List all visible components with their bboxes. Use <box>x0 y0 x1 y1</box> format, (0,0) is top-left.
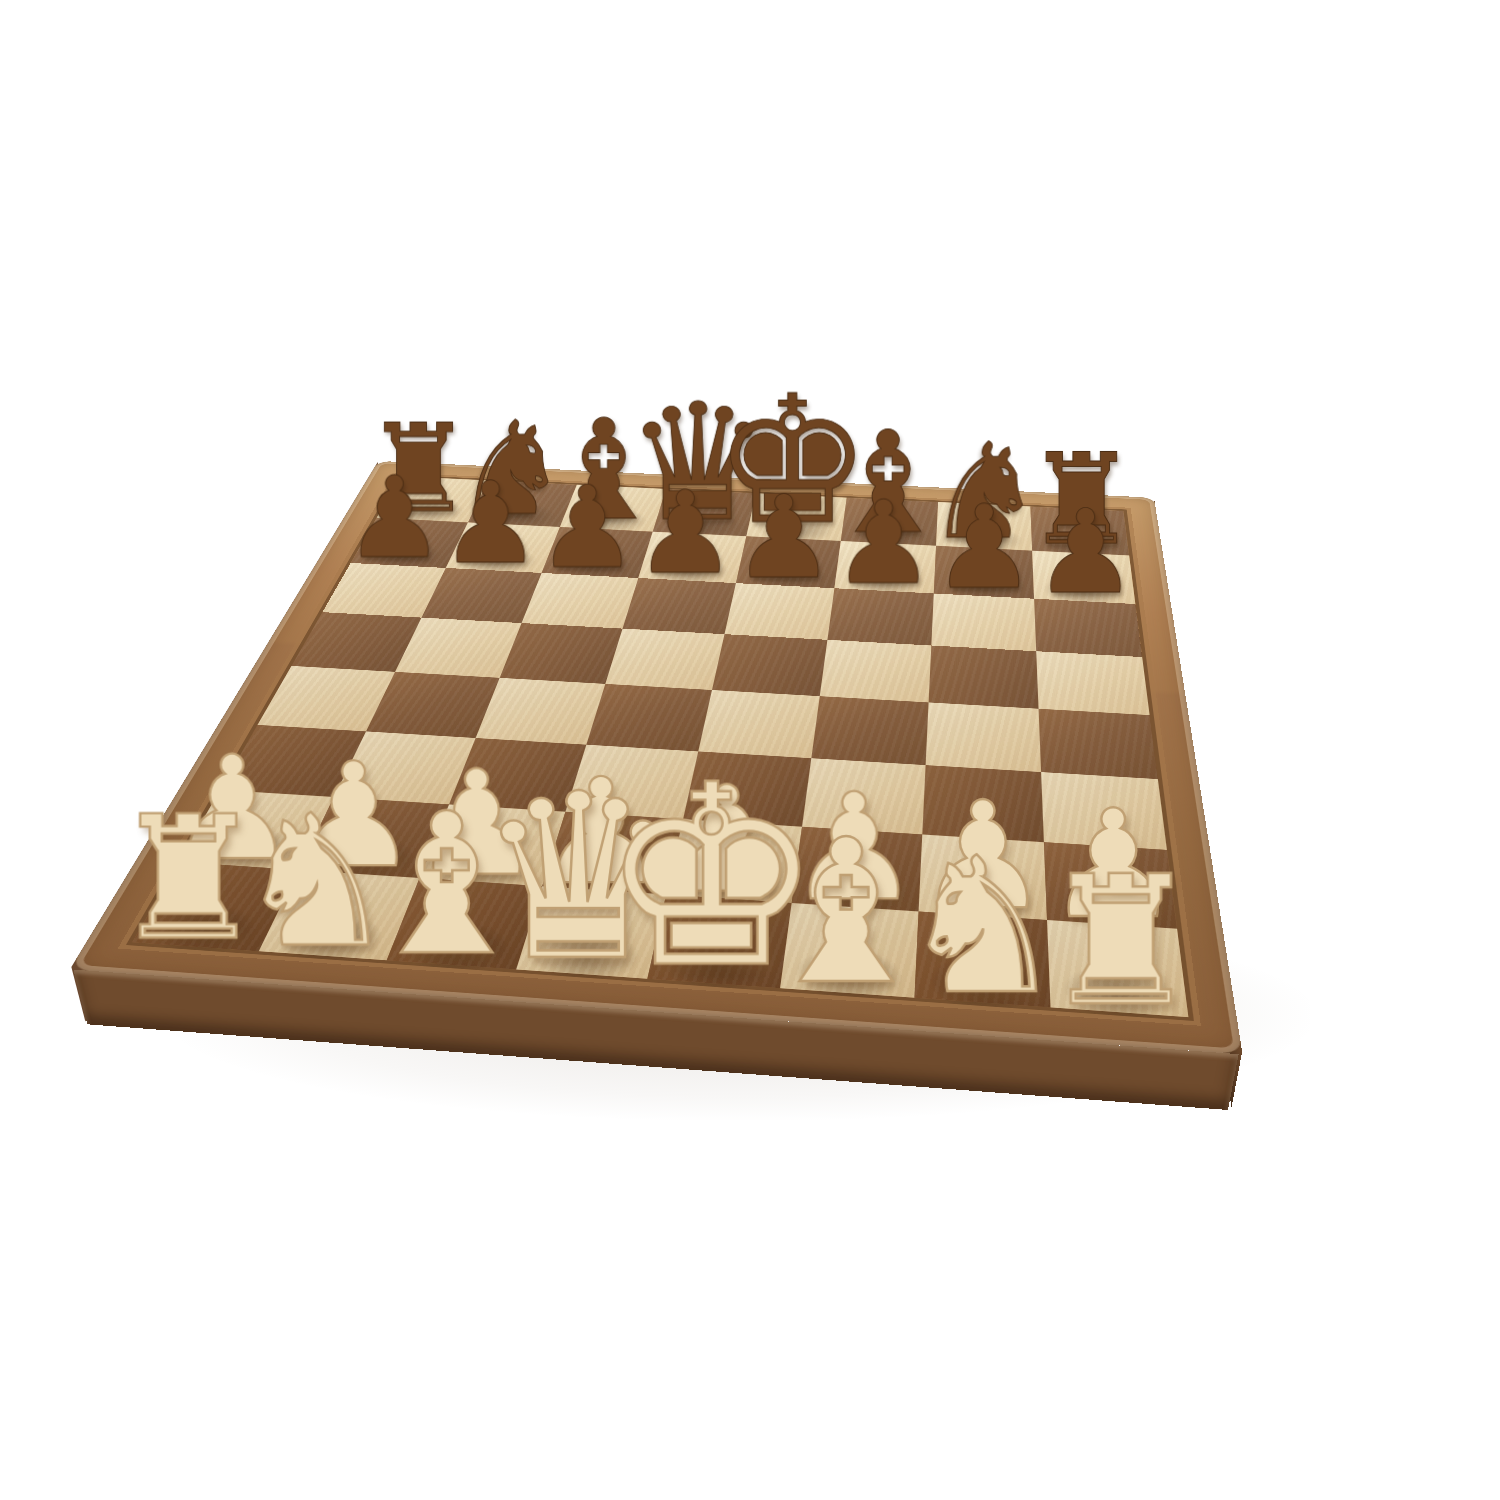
square-g7[interactable]: ♟ <box>934 546 1034 599</box>
square-f7[interactable]: ♟ <box>834 541 936 593</box>
square-e5[interactable] <box>712 634 827 696</box>
scene: ♜♞♝♛♚♝♞♜♟♟♟♟♟♟♟♟♟♟♟♟♟♟♟♟♜♞♝♛♚♝♞♜ <box>0 0 1500 1500</box>
square-e7[interactable]: ♟ <box>736 536 841 588</box>
square-f4[interactable] <box>811 696 928 765</box>
square-g5[interactable] <box>929 645 1039 708</box>
square-b5[interactable] <box>395 618 521 678</box>
square-c5[interactable] <box>500 623 623 684</box>
square-f5[interactable] <box>820 640 932 703</box>
square-h4[interactable] <box>1039 709 1158 779</box>
square-g4[interactable] <box>926 702 1041 772</box>
chess-board: ♜♞♝♛♚♝♞♜♟♟♟♟♟♟♟♟♟♟♟♟♟♟♟♟♜♞♝♛♚♝♞♜ <box>70 461 1243 1055</box>
square-h7[interactable]: ♟ <box>1032 551 1135 604</box>
square-h1[interactable]: ♜ <box>1047 920 1188 1017</box>
square-d7[interactable]: ♟ <box>638 532 746 583</box>
square-h5[interactable] <box>1036 651 1149 715</box>
square-g1[interactable]: ♞ <box>914 912 1050 1008</box>
square-d5[interactable] <box>605 629 724 690</box>
